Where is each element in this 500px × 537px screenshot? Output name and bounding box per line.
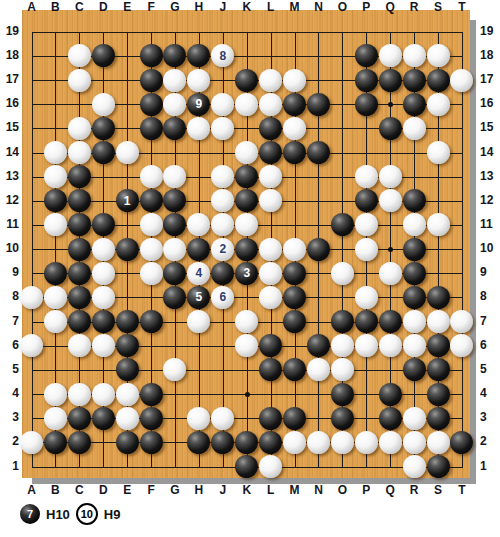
col-label-top-T: T [450, 0, 474, 14]
stone-L9[interactable] [259, 262, 282, 285]
stone-O7[interactable] [331, 310, 354, 333]
stone-K13[interactable] [235, 165, 258, 188]
stone-R9[interactable] [403, 262, 426, 285]
stone-Q15[interactable] [379, 117, 402, 140]
stone-T17[interactable] [450, 69, 473, 92]
stone-P12[interactable] [355, 189, 378, 212]
stone-C15[interactable] [68, 117, 91, 140]
stone-O11[interactable] [331, 213, 354, 236]
stone-F11[interactable] [140, 213, 163, 236]
stone-P11[interactable] [355, 213, 378, 236]
stone-N6[interactable] [307, 334, 330, 357]
stone-L1[interactable] [259, 455, 282, 478]
stone-T6[interactable] [450, 334, 473, 357]
row-label-right-17: 17 [480, 72, 499, 88]
stone-G10[interactable] [163, 238, 186, 261]
row-label-left-19: 19 [0, 24, 19, 40]
stone-F13[interactable] [140, 165, 163, 188]
stone-L13[interactable] [259, 165, 282, 188]
stone-D9[interactable] [92, 262, 115, 285]
col-label-bottom-K: K [235, 483, 259, 497]
stone-B7[interactable] [44, 310, 67, 333]
stone-R7[interactable] [403, 310, 426, 333]
stone-D18[interactable] [92, 44, 115, 67]
stone-D15[interactable] [92, 117, 115, 140]
row-label-right-13: 13 [480, 169, 499, 185]
stone-K14[interactable] [235, 141, 258, 164]
row-label-right-15: 15 [480, 120, 499, 136]
stone-O9[interactable] [331, 262, 354, 285]
stone-M15[interactable] [283, 117, 306, 140]
stone-D10[interactable] [92, 238, 115, 261]
row-label-left-10: 10 [0, 241, 19, 257]
stone-K16[interactable] [235, 93, 258, 116]
row-label-right-7: 7 [480, 314, 499, 330]
stone-R17[interactable] [403, 69, 426, 92]
stone-O4[interactable] [331, 383, 354, 406]
stone-K1[interactable] [235, 455, 258, 478]
stone-H16[interactable]: 9 [187, 93, 210, 116]
stone-N10[interactable] [307, 238, 330, 261]
row-label-right-10: 10 [480, 241, 499, 257]
stone-J18[interactable]: 8 [211, 44, 234, 67]
stone-R8[interactable] [403, 286, 426, 309]
col-label-bottom-D: D [91, 483, 115, 497]
footnote-coord-h10: H10 [46, 507, 70, 522]
stone-K11[interactable] [235, 213, 258, 236]
stone-P2[interactable] [355, 431, 378, 454]
stone-M16[interactable] [283, 93, 306, 116]
col-label-top-J: J [211, 0, 235, 14]
stone-M7[interactable] [283, 310, 306, 333]
stone-H18[interactable] [187, 44, 210, 67]
stone-H9[interactable]: 4 [187, 262, 210, 285]
stone-A8[interactable] [20, 286, 43, 309]
stone-H8[interactable]: 5 [187, 286, 210, 309]
stone-C3[interactable] [68, 407, 91, 430]
stone-S14[interactable] [427, 141, 450, 164]
stone-C13[interactable] [68, 165, 91, 188]
stone-F16[interactable] [140, 93, 163, 116]
stone-Q18[interactable] [379, 44, 402, 67]
stone-J8[interactable]: 6 [211, 286, 234, 309]
stone-P16[interactable] [355, 93, 378, 116]
row-label-left-5: 5 [0, 362, 19, 378]
stone-C12[interactable] [68, 189, 91, 212]
stone-L2[interactable] [259, 431, 282, 454]
stone-P6[interactable] [355, 334, 378, 357]
stone-D4[interactable] [92, 383, 115, 406]
row-label-right-12: 12 [480, 193, 499, 209]
stone-H11[interactable] [187, 213, 210, 236]
stone-L17[interactable] [259, 69, 282, 92]
col-label-top-N: N [306, 0, 330, 14]
col-label-top-S: S [426, 0, 450, 14]
col-label-bottom-R: R [402, 483, 426, 497]
stone-O6[interactable] [331, 334, 354, 357]
row-label-right-9: 9 [480, 265, 499, 281]
row-label-left-2: 2 [0, 434, 19, 450]
col-label-bottom-F: F [139, 483, 163, 497]
stone-J15[interactable] [211, 117, 234, 140]
stone-P13[interactable] [355, 165, 378, 188]
stone-B13[interactable] [44, 165, 67, 188]
stone-N2[interactable] [307, 431, 330, 454]
stone-J16[interactable] [211, 93, 234, 116]
row-label-left-7: 7 [0, 314, 19, 330]
stone-H2[interactable] [187, 431, 210, 454]
col-label-top-H: H [187, 0, 211, 14]
col-label-top-C: C [67, 0, 91, 14]
go-board[interactable]: 89124356 [22, 10, 470, 478]
stone-G9[interactable] [163, 262, 186, 285]
stone-O3[interactable] [331, 407, 354, 430]
col-label-top-E: E [115, 0, 139, 14]
stone-R16[interactable] [403, 93, 426, 116]
col-label-top-R: R [402, 0, 426, 14]
grid-line-horizontal [32, 370, 463, 371]
stone-S5[interactable] [427, 358, 450, 381]
col-label-top-D: D [91, 0, 115, 14]
row-label-left-17: 17 [0, 72, 19, 88]
stone-E2[interactable] [116, 431, 139, 454]
stone-R2[interactable] [403, 431, 426, 454]
stone-H15[interactable] [187, 117, 210, 140]
stone-L12[interactable] [259, 189, 282, 212]
stone-Q13[interactable] [379, 165, 402, 188]
stone-J11[interactable] [211, 213, 234, 236]
stone-Q2[interactable] [379, 431, 402, 454]
stone-H3[interactable] [187, 407, 210, 430]
stone-B11[interactable] [44, 213, 67, 236]
col-label-bottom-J: J [211, 483, 235, 497]
stone-E14[interactable] [116, 141, 139, 164]
stone-K9[interactable]: 3 [235, 262, 258, 285]
go-diagram-page: 89124356 AABBCCDDEEFFGGHHJJKKLLMMNNOOPPQ… [0, 0, 500, 537]
col-label-bottom-S: S [426, 483, 450, 497]
stone-L14[interactable] [259, 141, 282, 164]
col-label-bottom-L: L [259, 483, 283, 497]
stone-H17[interactable] [187, 69, 210, 92]
stone-G8[interactable] [163, 286, 186, 309]
stone-G15[interactable] [163, 117, 186, 140]
row-label-left-6: 6 [0, 338, 19, 354]
footnote-black-stone-7: 7 [20, 504, 40, 524]
col-label-bottom-A: A [20, 483, 44, 497]
stone-M2[interactable] [283, 431, 306, 454]
stone-D6[interactable] [92, 334, 115, 357]
row-label-right-8: 8 [480, 289, 499, 305]
stone-K6[interactable] [235, 334, 258, 357]
stone-R10[interactable] [403, 238, 426, 261]
stone-S7[interactable] [427, 310, 450, 333]
col-label-bottom-O: O [330, 483, 354, 497]
stone-A6[interactable] [20, 334, 43, 357]
stone-Q12[interactable] [379, 189, 402, 212]
stone-S8[interactable] [427, 286, 450, 309]
stone-H10[interactable] [187, 238, 210, 261]
row-label-left-11: 11 [0, 217, 19, 233]
row-label-left-18: 18 [0, 48, 19, 64]
col-label-bottom-Q: Q [378, 483, 402, 497]
stone-C14[interactable] [68, 141, 91, 164]
stone-M10[interactable] [283, 238, 306, 261]
row-label-right-16: 16 [480, 96, 499, 112]
stone-R12[interactable] [403, 189, 426, 212]
stone-N14[interactable] [307, 141, 330, 164]
stone-L5[interactable] [259, 358, 282, 381]
stone-T7[interactable] [450, 310, 473, 333]
stone-C17[interactable] [68, 69, 91, 92]
stone-E10[interactable] [116, 238, 139, 261]
footnote-coord-h9: H9 [104, 507, 121, 522]
row-label-left-8: 8 [0, 289, 19, 305]
star-point [388, 102, 393, 107]
stone-R3[interactable] [403, 407, 426, 430]
stone-F17[interactable] [140, 69, 163, 92]
stone-E4[interactable] [116, 383, 139, 406]
stone-B2[interactable] [44, 431, 67, 454]
stone-C2[interactable] [68, 431, 91, 454]
stone-S2[interactable] [427, 431, 450, 454]
stone-L6[interactable] [259, 334, 282, 357]
stone-R5[interactable] [403, 358, 426, 381]
row-label-left-4: 4 [0, 386, 19, 402]
stone-J13[interactable] [211, 165, 234, 188]
stone-D16[interactable] [92, 93, 115, 116]
stone-E12[interactable]: 1 [116, 189, 139, 212]
stone-S4[interactable] [427, 383, 450, 406]
row-label-right-19: 19 [480, 24, 499, 40]
col-label-bottom-N: N [306, 483, 330, 497]
row-label-left-16: 16 [0, 96, 19, 112]
stone-B3[interactable] [44, 407, 67, 430]
row-label-right-11: 11 [480, 217, 499, 233]
row-label-right-1: 1 [480, 459, 499, 475]
stone-B12[interactable] [44, 189, 67, 212]
stone-T2[interactable] [450, 431, 473, 454]
stone-C7[interactable] [68, 310, 91, 333]
stone-R1[interactable] [403, 455, 426, 478]
star-point [245, 392, 250, 397]
stone-S18[interactable] [427, 44, 450, 67]
stone-M14[interactable] [283, 141, 306, 164]
stone-M9[interactable] [283, 262, 306, 285]
stone-P7[interactable] [355, 310, 378, 333]
stone-Q3[interactable] [379, 407, 402, 430]
footnote-white-stone-10: 10 [76, 503, 98, 525]
stone-Q7[interactable] [379, 310, 402, 333]
col-label-bottom-P: P [354, 483, 378, 497]
stone-F3[interactable] [140, 407, 163, 430]
stone-H7[interactable] [187, 310, 210, 333]
col-label-bottom-B: B [43, 483, 67, 497]
stone-F10[interactable] [140, 238, 163, 261]
stone-G11[interactable] [163, 213, 186, 236]
col-label-bottom-H: H [187, 483, 211, 497]
stone-F18[interactable] [140, 44, 163, 67]
row-label-right-4: 4 [480, 386, 499, 402]
col-label-bottom-G: G [163, 483, 187, 497]
stone-D7[interactable] [92, 310, 115, 333]
col-label-top-L: L [259, 0, 283, 14]
stone-S6[interactable] [427, 334, 450, 357]
stone-D14[interactable] [92, 141, 115, 164]
stone-S3[interactable] [427, 407, 450, 430]
col-label-bottom-M: M [283, 483, 307, 497]
stone-C4[interactable] [68, 383, 91, 406]
col-label-top-Q: Q [378, 0, 402, 14]
stone-J3[interactable] [211, 407, 234, 430]
stone-G13[interactable] [163, 165, 186, 188]
stone-M5[interactable] [283, 358, 306, 381]
stone-J2[interactable] [211, 431, 234, 454]
stone-E6[interactable] [116, 334, 139, 357]
stone-C18[interactable] [68, 44, 91, 67]
stone-B9[interactable] [44, 262, 67, 285]
stone-N16[interactable] [307, 93, 330, 116]
stone-S17[interactable] [427, 69, 450, 92]
star-point [388, 247, 393, 252]
stone-E7[interactable] [116, 310, 139, 333]
stone-L3[interactable] [259, 407, 282, 430]
stone-D11[interactable] [92, 213, 115, 236]
row-label-left-13: 13 [0, 169, 19, 185]
stone-P17[interactable] [355, 69, 378, 92]
stone-G5[interactable] [163, 358, 186, 381]
stone-K10[interactable] [235, 238, 258, 261]
stone-M3[interactable] [283, 407, 306, 430]
stone-K2[interactable] [235, 431, 258, 454]
col-label-top-M: M [283, 0, 307, 14]
row-label-right-3: 3 [480, 410, 499, 426]
stone-G16[interactable] [163, 93, 186, 116]
stone-G18[interactable] [163, 44, 186, 67]
col-label-top-B: B [43, 0, 67, 14]
row-label-left-12: 12 [0, 193, 19, 209]
stone-E3[interactable] [116, 407, 139, 430]
col-label-top-F: F [139, 0, 163, 14]
row-label-left-1: 1 [0, 459, 19, 475]
stone-B4[interactable] [44, 383, 67, 406]
stone-K7[interactable] [235, 310, 258, 333]
col-label-bottom-E: E [115, 483, 139, 497]
stone-O5[interactable] [331, 358, 354, 381]
stone-G12[interactable] [163, 189, 186, 212]
stone-E5[interactable] [116, 358, 139, 381]
stone-D8[interactable] [92, 286, 115, 309]
row-label-right-2: 2 [480, 434, 499, 450]
stone-F15[interactable] [140, 117, 163, 140]
col-label-top-A: A [20, 0, 44, 14]
col-label-top-K: K [235, 0, 259, 14]
row-label-left-9: 9 [0, 265, 19, 281]
stone-P18[interactable] [355, 44, 378, 67]
stone-Q9[interactable] [379, 262, 402, 285]
stone-F4[interactable] [140, 383, 163, 406]
stone-P8[interactable] [355, 286, 378, 309]
stone-C10[interactable] [68, 238, 91, 261]
col-label-top-G: G [163, 0, 187, 14]
stone-S11[interactable] [427, 213, 450, 236]
row-label-right-18: 18 [480, 48, 499, 64]
stone-J9[interactable] [211, 262, 234, 285]
stone-K17[interactable] [235, 69, 258, 92]
stone-C9[interactable] [68, 262, 91, 285]
stone-L10[interactable] [259, 238, 282, 261]
row-label-right-6: 6 [480, 338, 499, 354]
row-label-left-14: 14 [0, 145, 19, 161]
stone-Q4[interactable] [379, 383, 402, 406]
row-label-left-15: 15 [0, 120, 19, 136]
grid-line-vertical [462, 32, 463, 468]
stone-C11[interactable] [68, 213, 91, 236]
stone-A2[interactable] [20, 431, 43, 454]
stone-S1[interactable] [427, 455, 450, 478]
stone-C8[interactable] [68, 286, 91, 309]
stone-B8[interactable] [44, 286, 67, 309]
stone-Q17[interactable] [379, 69, 402, 92]
row-label-right-5: 5 [480, 362, 499, 378]
stone-L16[interactable] [259, 93, 282, 116]
stone-F9[interactable] [140, 262, 163, 285]
col-label-top-O: O [330, 0, 354, 14]
stone-F12[interactable] [140, 189, 163, 212]
stone-C6[interactable] [68, 334, 91, 357]
stone-P10[interactable] [355, 238, 378, 261]
stone-L15[interactable] [259, 117, 282, 140]
stone-N5[interactable] [307, 358, 330, 381]
stone-O2[interactable] [331, 431, 354, 454]
stone-L8[interactable] [259, 286, 282, 309]
stone-G17[interactable] [163, 69, 186, 92]
stone-Q6[interactable] [379, 334, 402, 357]
stone-R15[interactable] [403, 117, 426, 140]
col-label-bottom-T: T [450, 483, 474, 497]
stone-D3[interactable] [92, 407, 115, 430]
stone-R6[interactable] [403, 334, 426, 357]
stone-J12[interactable] [211, 189, 234, 212]
footnote: 7 H10 10 H9 [20, 502, 120, 526]
stone-J10[interactable]: 2 [211, 238, 234, 261]
col-label-top-P: P [354, 0, 378, 14]
stone-M8[interactable] [283, 286, 306, 309]
stone-F2[interactable] [140, 431, 163, 454]
stone-M17[interactable] [283, 69, 306, 92]
stone-R18[interactable] [403, 44, 426, 67]
stone-B14[interactable] [44, 141, 67, 164]
col-label-bottom-C: C [67, 483, 91, 497]
stone-S16[interactable] [427, 93, 450, 116]
row-label-right-14: 14 [480, 145, 499, 161]
stone-R11[interactable] [403, 213, 426, 236]
stone-K12[interactable] [235, 189, 258, 212]
row-label-left-3: 3 [0, 410, 19, 426]
stone-F7[interactable] [140, 310, 163, 333]
